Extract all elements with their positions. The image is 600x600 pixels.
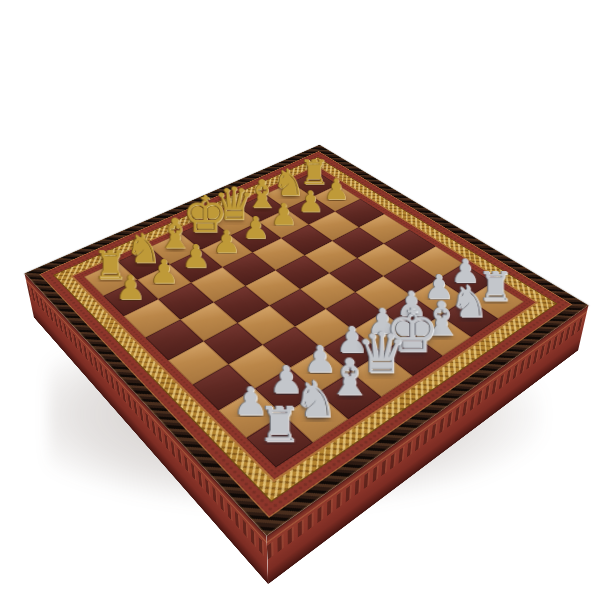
rook-glyph: ♜ — [241, 399, 319, 448]
page-background: ♜♟♟♜♞♟♟♞♝♟♟♝♛♟♟♚♚♟♟♛♝♟♟♝♞♟♟♞♜♟♟♜ — [0, 0, 600, 600]
chess-set-scene: ♜♟♟♜♞♟♟♞♝♟♟♝♛♟♟♚♚♟♟♛♝♟♟♝♞♟♟♞♜♟♟♜ — [0, 0, 600, 600]
chess-box: ♜♟♟♜♞♟♟♞♝♟♟♝♛♟♟♚♚♟♟♛♝♟♟♝♞♟♟♞♜♟♟♜ — [25, 145, 589, 536]
